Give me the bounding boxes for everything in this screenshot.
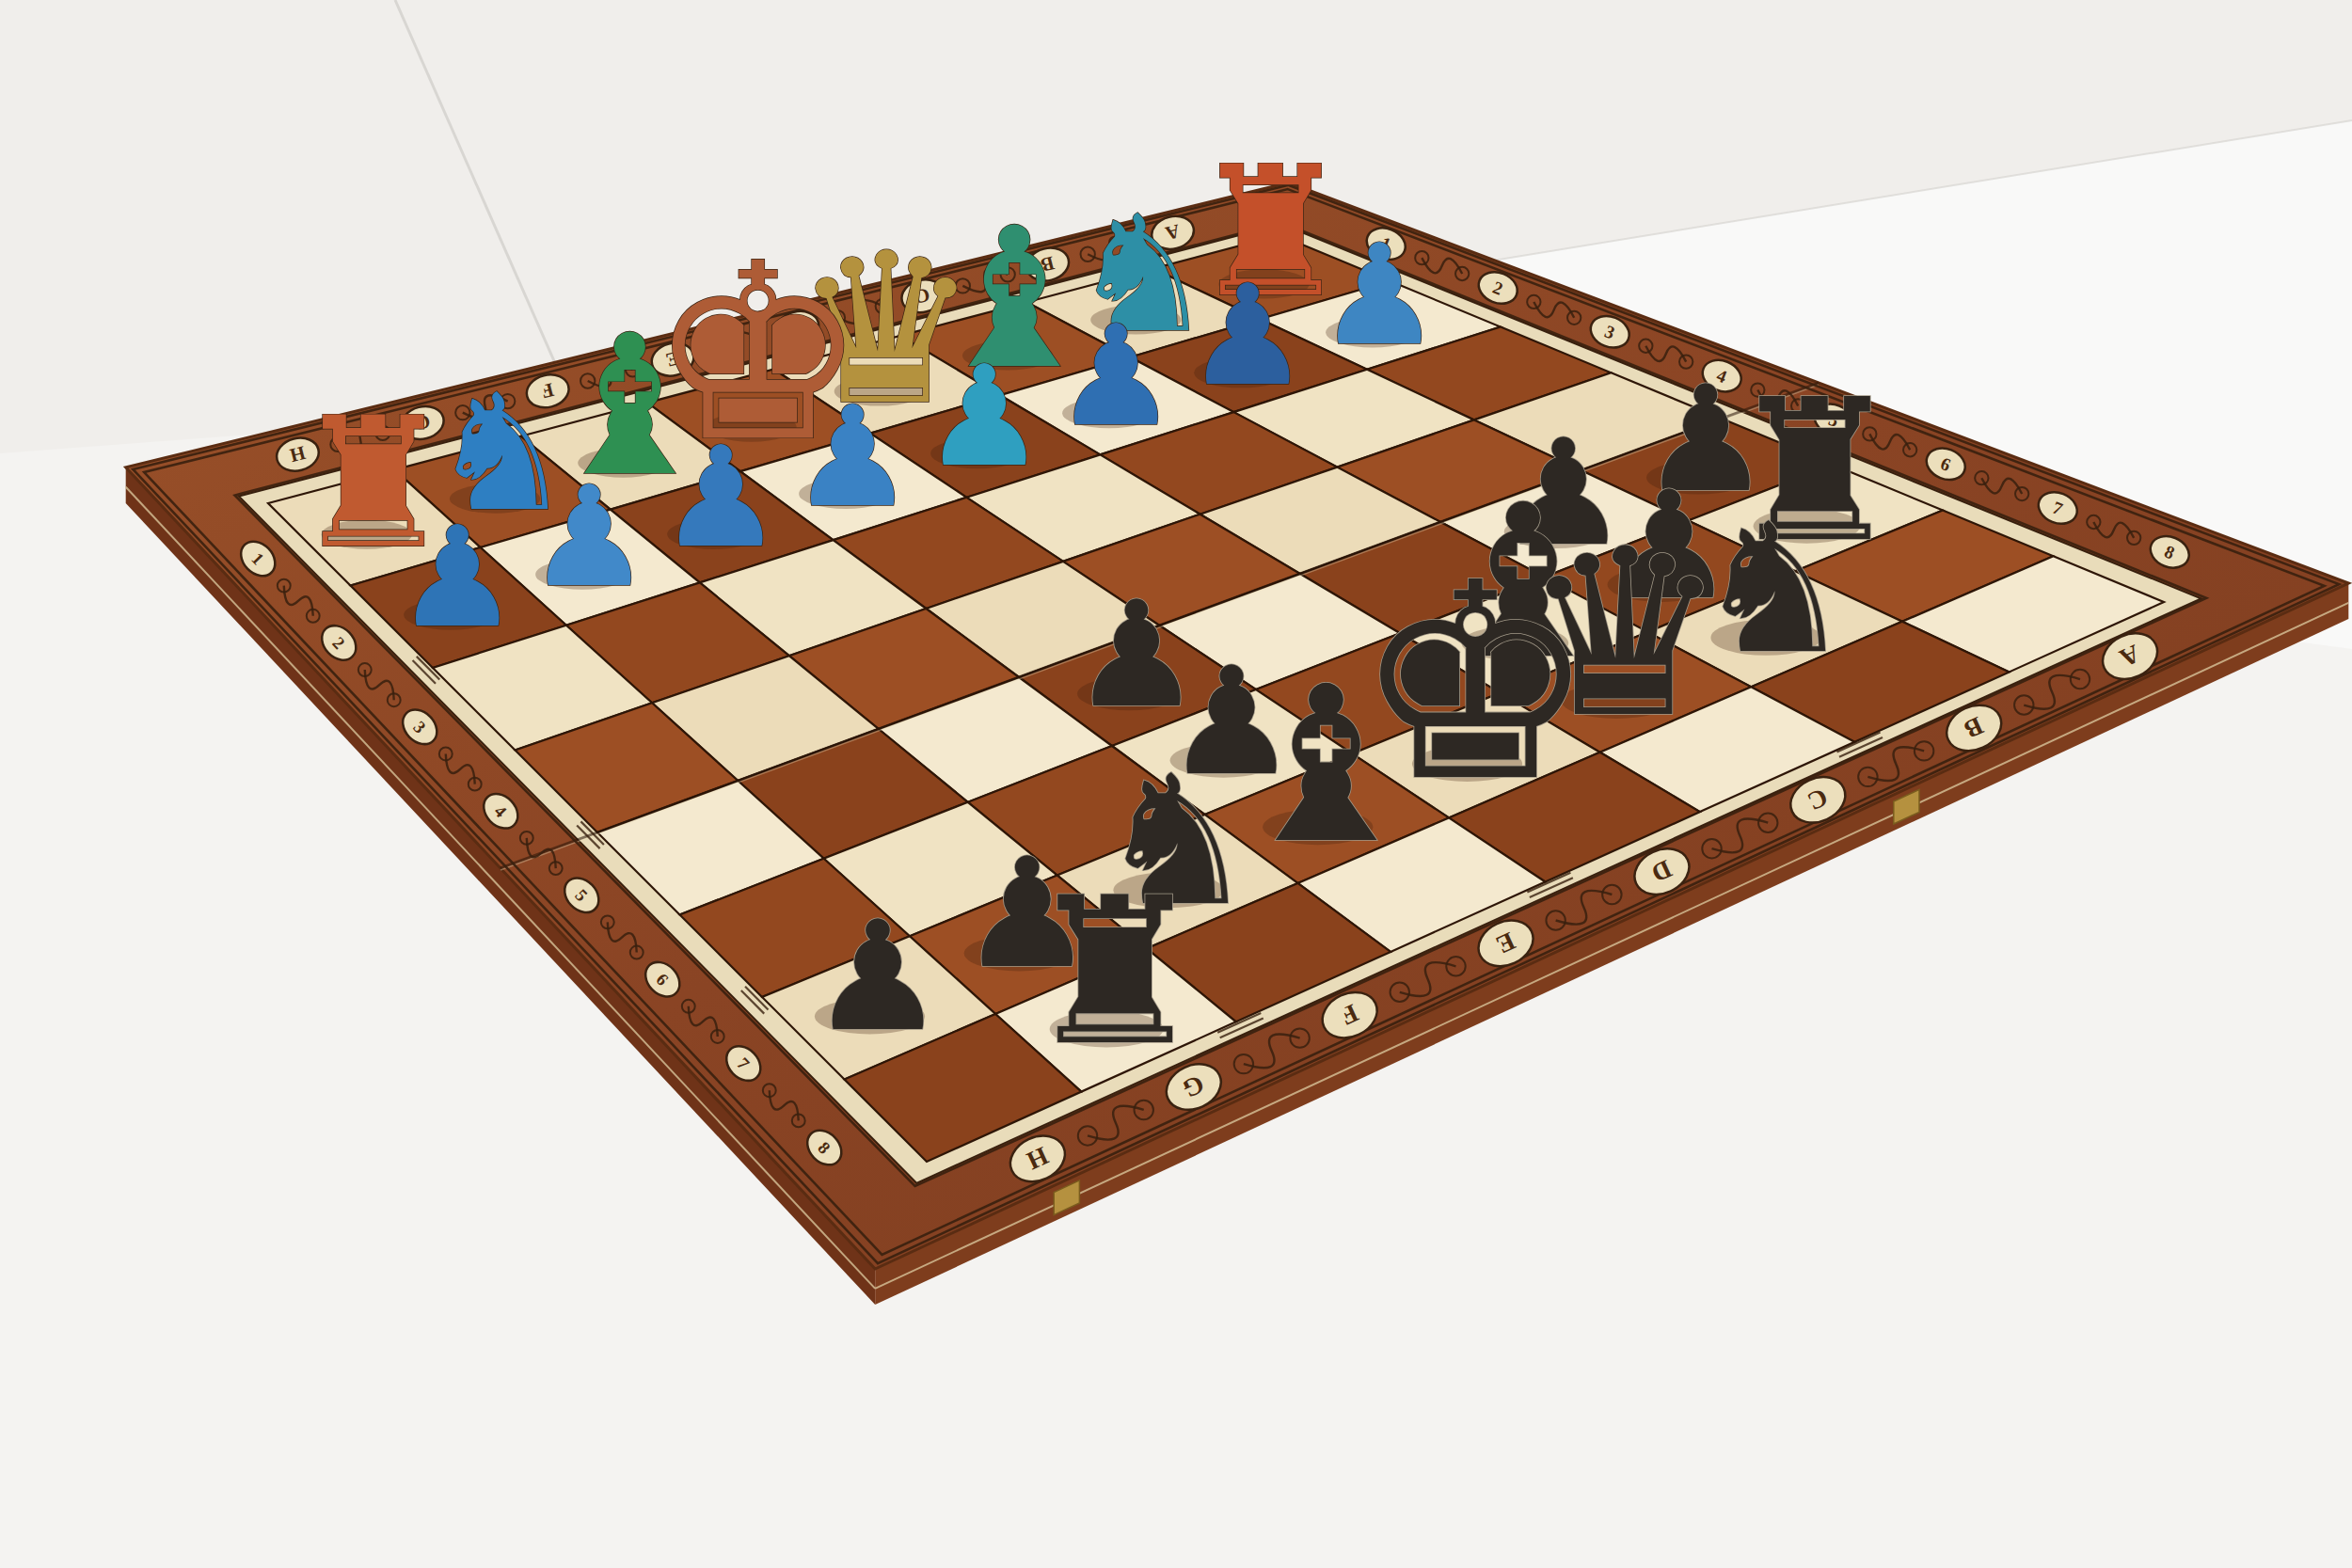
piece-white-pawn-h2[interactable]: ♟ xyxy=(395,497,519,658)
piece-glyph: ♟ xyxy=(659,417,783,578)
piece-dark-bishop-e7[interactable]: ♝ xyxy=(1230,640,1423,891)
piece-white-pawn-a2[interactable]: ♟ xyxy=(1317,214,1441,376)
piece-white-pawn-c2[interactable]: ♟ xyxy=(1054,295,1178,457)
piece-dark-pawn-h7[interactable]: ♟ xyxy=(810,888,946,1065)
piece-white-pawn-d2[interactable]: ♟ xyxy=(922,336,1046,498)
piece-white-pawn-g2[interactable]: ♟ xyxy=(527,456,651,618)
piece-glyph: ♟ xyxy=(1054,295,1178,457)
piece-glyph: ♟ xyxy=(527,456,651,618)
piece-white-pawn-e2[interactable]: ♟ xyxy=(790,376,914,538)
piece-dark-rook-g8[interactable]: ♜ xyxy=(1024,854,1206,1090)
piece-glyph: ♜ xyxy=(1024,854,1206,1090)
piece-glyph: ♟ xyxy=(922,336,1046,498)
piece-glyph: ♟ xyxy=(395,497,519,658)
piece-glyph: ♟ xyxy=(810,888,946,1065)
chess-scene: 1234567812345678ABCDEFGHABCDEFGH ♜♞♟♝♟♛♟… xyxy=(0,0,2352,1568)
piece-glyph: ♟ xyxy=(1317,214,1441,376)
piece-glyph: ♟ xyxy=(790,376,914,538)
piece-white-pawn-f2[interactable]: ♟ xyxy=(659,417,783,578)
piece-glyph: ♝ xyxy=(1230,640,1423,891)
piece-white-pawn-b2[interactable]: ♟ xyxy=(1185,255,1310,417)
piece-glyph: ♟ xyxy=(1185,255,1310,417)
photo-stage: 1234567812345678ABCDEFGHABCDEFGH ♜♞♟♝♟♛♟… xyxy=(0,0,2352,1568)
